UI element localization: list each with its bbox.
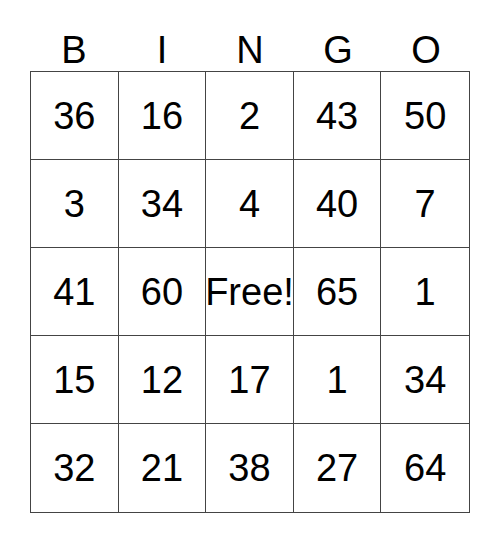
cell-r4c1[interactable]: 15 <box>31 336 119 424</box>
bingo-board: 36 16 2 43 50 3 34 4 40 7 41 60 Free! 65… <box>30 71 470 513</box>
cell-r2c3[interactable]: 4 <box>206 160 294 248</box>
header-letter-n: N <box>236 31 263 69</box>
cell-r2c5[interactable]: 7 <box>381 160 469 248</box>
cell-r1c4[interactable]: 43 <box>294 72 382 160</box>
cell-r1c1[interactable]: 36 <box>31 72 119 160</box>
cell-r3c2[interactable]: 60 <box>119 248 207 336</box>
cell-r4c2[interactable]: 12 <box>119 336 207 424</box>
cell-r5c1[interactable]: 32 <box>31 424 119 512</box>
free-space-cell[interactable]: Free! <box>206 248 294 336</box>
header-letter-i: I <box>157 31 168 69</box>
cell-r1c3[interactable]: 2 <box>206 72 294 160</box>
header-letter-o: O <box>411 31 441 69</box>
cell-r1c2[interactable]: 16 <box>119 72 207 160</box>
header-letter-b: B <box>61 31 86 69</box>
bingo-card: B I N G O 36 16 2 43 50 3 34 4 40 7 41 6… <box>30 0 470 513</box>
cell-r4c4[interactable]: 1 <box>294 336 382 424</box>
cell-r1c5[interactable]: 50 <box>381 72 469 160</box>
cell-r5c5[interactable]: 64 <box>381 424 469 512</box>
cell-r5c3[interactable]: 38 <box>206 424 294 512</box>
cell-r3c5[interactable]: 1 <box>381 248 469 336</box>
cell-r3c4[interactable]: 65 <box>294 248 382 336</box>
header-letter-g: G <box>323 31 353 69</box>
bingo-header: B I N G O <box>30 0 470 71</box>
cell-r2c1[interactable]: 3 <box>31 160 119 248</box>
cell-r2c2[interactable]: 34 <box>119 160 207 248</box>
cell-r4c3[interactable]: 17 <box>206 336 294 424</box>
cell-r5c4[interactable]: 27 <box>294 424 382 512</box>
cell-r2c4[interactable]: 40 <box>294 160 382 248</box>
cell-r4c5[interactable]: 34 <box>381 336 469 424</box>
cell-r3c1[interactable]: 41 <box>31 248 119 336</box>
cell-r5c2[interactable]: 21 <box>119 424 207 512</box>
